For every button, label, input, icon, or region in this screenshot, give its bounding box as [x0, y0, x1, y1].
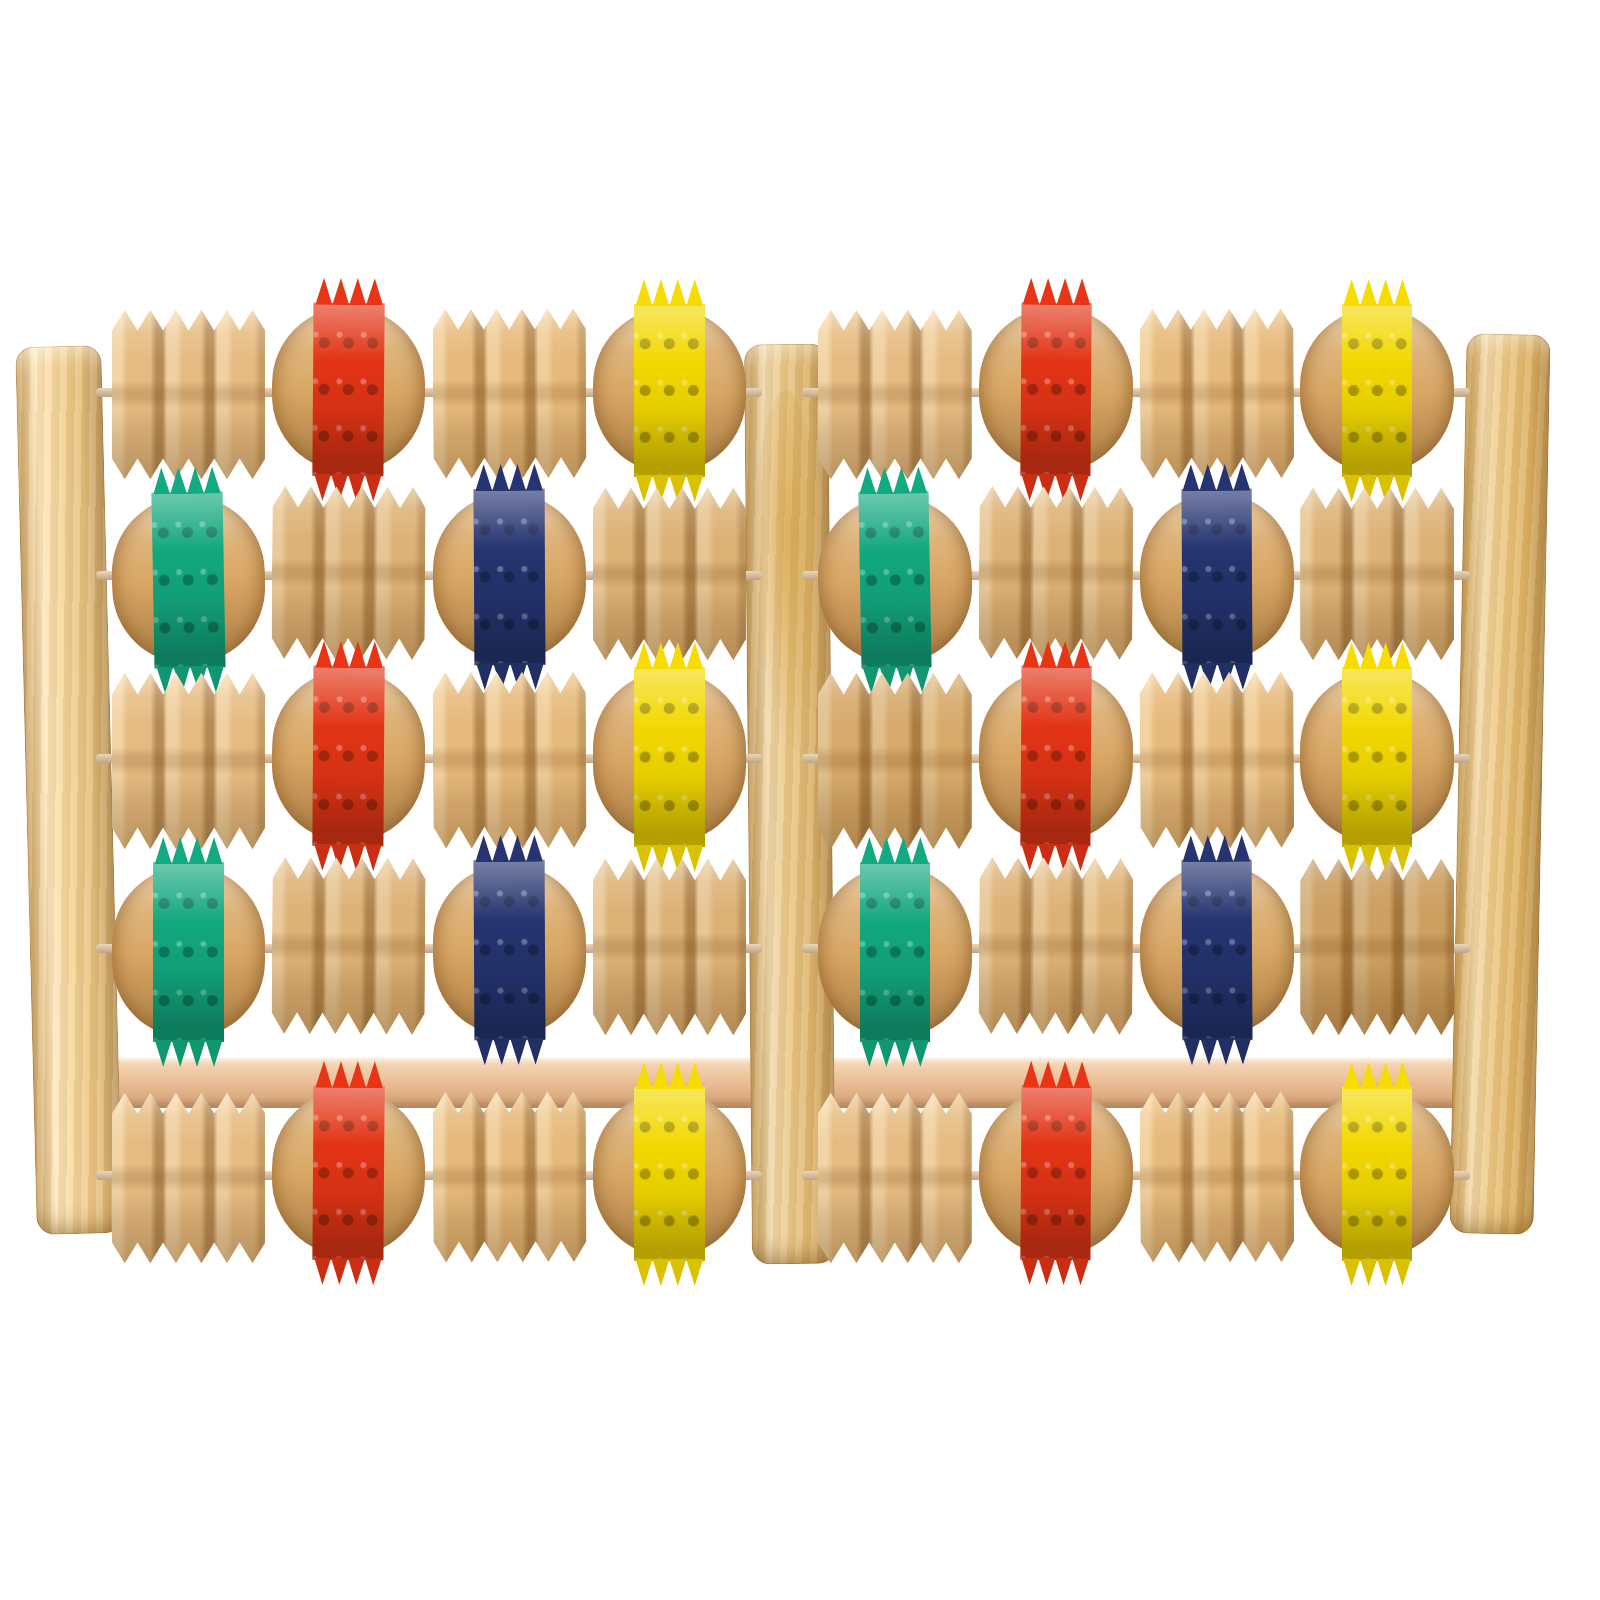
board-left-half: [112, 305, 746, 1262]
roller-right-r3-c1-wood[interactable]: [818, 671, 972, 851]
roller-row-right-3: [818, 668, 1454, 848]
wooden-roller-abacus: [0, 0, 1600, 1600]
roller-slot-left-r2-c1: [112, 487, 265, 663]
roller-slot-left-r2-c2: [272, 487, 425, 663]
roller-slot-right-r3-c2: [979, 668, 1133, 848]
roller-left-r1-c4-yellow[interactable]: [593, 308, 746, 473]
roller-left-r2-c4-wood[interactable]: [593, 486, 746, 662]
roller-row-left-3: [112, 668, 746, 848]
roller-slot-left-r2-c4: [593, 487, 746, 663]
roller-slot-right-r3-c1: [818, 668, 972, 848]
board-right-half: [818, 305, 1454, 1262]
roller-slot-left-r5-c4: [593, 1088, 746, 1262]
roller-row-left-1: [112, 305, 746, 478]
roller-right-r5-c1-wood[interactable]: [818, 1091, 972, 1265]
roller-right-r4-c1-green[interactable]: [818, 866, 972, 1038]
roller-right-r3-c3-wood[interactable]: [1139, 670, 1294, 851]
roller-right-r1-c1-wood[interactable]: [818, 308, 972, 481]
roller-slot-right-r5-c1: [818, 1088, 972, 1262]
navy-spike-band: [1181, 860, 1253, 1040]
roller-slot-left-r1-c3: [433, 305, 586, 478]
roller-row-left-2: [112, 487, 746, 663]
roller-slot-right-r1-c4: [1300, 305, 1454, 478]
roller-slot-left-r4-c4: [593, 858, 746, 1038]
roller-left-r4-c3-navy[interactable]: [432, 864, 586, 1037]
roller-row-left-4: [112, 858, 746, 1038]
roller-left-r4-c4-wood[interactable]: [593, 857, 746, 1037]
roller-slot-left-r4-c1: [112, 858, 265, 1038]
roller-left-r4-c1-green[interactable]: [112, 866, 265, 1038]
roller-slot-left-r4-c2: [272, 858, 425, 1038]
roller-left-r5-c3-wood[interactable]: [432, 1090, 586, 1265]
green-spike-band: [153, 862, 223, 1042]
yellow-spike-band: [634, 1087, 704, 1261]
roller-slot-left-r1-c2: [272, 305, 425, 478]
yellow-spike-band: [634, 304, 704, 477]
roller-left-r3-c4-yellow[interactable]: [593, 671, 746, 843]
roller-right-r2-c2-wood[interactable]: [978, 484, 1133, 661]
yellow-spike-band: [1342, 304, 1413, 477]
roller-slot-left-r3-c3: [433, 668, 586, 848]
roller-row-left-5: [112, 1088, 746, 1262]
yellow-spike-band: [1342, 1087, 1413, 1261]
roller-row-right-5: [818, 1088, 1454, 1262]
roller-right-r2-c3-navy[interactable]: [1139, 493, 1294, 662]
roller-slot-right-r4-c3: [1140, 858, 1294, 1038]
green-spike-band: [860, 862, 931, 1042]
roller-slot-right-r2-c3: [1140, 487, 1294, 663]
roller-slot-right-r4-c4: [1300, 858, 1454, 1038]
green-spike-band: [858, 491, 932, 668]
roller-slot-right-r1-c3: [1140, 305, 1294, 478]
roller-right-r2-c4-wood[interactable]: [1300, 486, 1454, 662]
roller-right-r5-c2-red[interactable]: [978, 1089, 1133, 1256]
roller-left-r2-c2-wood[interactable]: [272, 484, 426, 661]
roller-left-r5-c4-yellow[interactable]: [593, 1091, 746, 1257]
frame-right-rail: [1449, 333, 1550, 1234]
roller-left-r1-c1-wood[interactable]: [112, 308, 265, 481]
roller-right-r4-c2-wood[interactable]: [978, 855, 1133, 1036]
roller-slot-right-r2-c1: [818, 487, 972, 663]
navy-spike-band: [473, 489, 544, 665]
roller-right-r1-c4-yellow[interactable]: [1300, 308, 1454, 473]
roller-left-r1-c3-wood[interactable]: [432, 307, 586, 481]
roller-slot-left-r5-c2: [272, 1088, 425, 1262]
roller-slot-left-r3-c1: [112, 668, 265, 848]
roller-slot-right-r1-c1: [818, 305, 972, 478]
roller-left-r5-c2-red[interactable]: [272, 1089, 426, 1256]
roller-slot-left-r3-c4: [593, 668, 746, 848]
roller-slot-right-r5-c4: [1300, 1088, 1454, 1262]
roller-slot-left-r5-c1: [112, 1088, 265, 1262]
roller-left-r5-c1-wood[interactable]: [112, 1091, 265, 1265]
roller-right-r5-c3-wood[interactable]: [1139, 1090, 1294, 1265]
roller-right-r2-c1-green[interactable]: [817, 495, 974, 666]
frame-left-rail: [15, 345, 123, 1235]
roller-left-r3-c3-wood[interactable]: [432, 670, 586, 851]
red-spike-band: [313, 1086, 385, 1260]
red-spike-band: [1020, 303, 1092, 476]
roller-row-right-4: [818, 858, 1454, 1038]
roller-right-r3-c4-yellow[interactable]: [1300, 671, 1454, 843]
roller-left-r3-c2-red[interactable]: [272, 669, 426, 842]
roller-right-r4-c4-wood[interactable]: [1300, 857, 1454, 1037]
roller-right-r1-c2-red[interactable]: [978, 306, 1133, 472]
roller-left-r2-c1-green[interactable]: [111, 495, 267, 666]
navy-spike-band: [1181, 489, 1253, 665]
roller-slot-right-r3-c3: [1140, 668, 1294, 848]
roller-left-r2-c3-navy[interactable]: [432, 493, 586, 662]
roller-slot-right-r5-c2: [979, 1088, 1133, 1262]
roller-slot-right-r4-c2: [979, 858, 1133, 1038]
roller-row-right-1: [818, 305, 1454, 478]
roller-slot-right-r4-c1: [818, 858, 972, 1038]
yellow-spike-band: [1342, 667, 1413, 847]
roller-slot-left-r5-c3: [433, 1088, 586, 1262]
roller-slot-left-r1-c1: [112, 305, 265, 478]
roller-slot-right-r1-c2: [979, 305, 1133, 478]
roller-slot-left-r3-c2: [272, 668, 425, 848]
roller-slot-left-r1-c4: [593, 305, 746, 478]
roller-right-r1-c3-wood[interactable]: [1139, 307, 1294, 481]
roller-right-r5-c4-yellow[interactable]: [1300, 1091, 1454, 1257]
roller-left-r3-c1-wood[interactable]: [112, 671, 265, 851]
roller-slot-left-r2-c3: [433, 487, 586, 663]
red-spike-band: [1020, 666, 1092, 846]
green-spike-band: [152, 491, 226, 668]
roller-row-right-2: [818, 487, 1454, 663]
red-spike-band: [1020, 1086, 1092, 1260]
roller-right-r3-c2-red[interactable]: [978, 669, 1133, 842]
yellow-spike-band: [634, 667, 704, 847]
roller-slot-right-r5-c3: [1140, 1088, 1294, 1262]
red-spike-band: [313, 303, 385, 476]
roller-slot-right-r3-c4: [1300, 668, 1454, 848]
roller-right-r4-c3-navy[interactable]: [1139, 864, 1294, 1037]
roller-slot-right-r2-c2: [979, 487, 1133, 663]
red-spike-band: [313, 666, 385, 846]
navy-spike-band: [473, 860, 544, 1040]
roller-slot-left-r4-c3: [433, 858, 586, 1038]
roller-slot-right-r2-c4: [1300, 487, 1454, 663]
roller-left-r1-c2-red[interactable]: [272, 306, 426, 472]
roller-left-r4-c2-wood[interactable]: [272, 855, 427, 1036]
